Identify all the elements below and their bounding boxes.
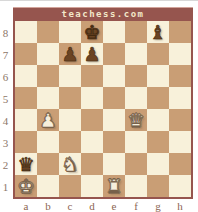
rank-label-1: 1 xyxy=(0,176,11,198)
square-a6[interactable] xyxy=(15,65,37,87)
piece-white-pawn[interactable]: ♟ xyxy=(37,109,59,131)
square-h5[interactable] xyxy=(169,87,191,109)
page-top-rule xyxy=(0,0,198,1)
square-g7[interactable] xyxy=(147,43,169,65)
square-f7[interactable] xyxy=(125,43,147,65)
square-d6[interactable] xyxy=(81,65,103,87)
square-f1[interactable] xyxy=(125,175,147,197)
piece-white-rook[interactable]: ♜ xyxy=(103,175,125,197)
file-label-g: g xyxy=(147,199,169,212)
file-label-h: h xyxy=(169,199,191,212)
square-f4[interactable]: ♛ xyxy=(125,109,147,131)
square-b1[interactable] xyxy=(37,175,59,197)
board-frame: teachess.com ♚♝♟♟♟♛♛♞♚♜ xyxy=(13,7,193,199)
rank-label-8: 8 xyxy=(0,22,11,44)
piece-black-king[interactable]: ♚ xyxy=(81,21,103,43)
file-label-b: b xyxy=(37,199,59,212)
square-g2[interactable] xyxy=(147,153,169,175)
file-label-d: d xyxy=(81,199,103,212)
file-label-a: a xyxy=(15,199,37,212)
file-labels: abcdefgh xyxy=(15,199,191,212)
square-b6[interactable] xyxy=(37,65,59,87)
board-header: teachess.com xyxy=(13,7,193,21)
square-h3[interactable] xyxy=(169,131,191,153)
square-e1[interactable]: ♜ xyxy=(103,175,125,197)
square-c1[interactable] xyxy=(59,175,81,197)
square-h2[interactable] xyxy=(169,153,191,175)
square-e3[interactable] xyxy=(103,131,125,153)
rank-label-2: 2 xyxy=(0,154,11,176)
square-a7[interactable] xyxy=(15,43,37,65)
piece-white-knight[interactable]: ♞ xyxy=(59,153,81,175)
chess-diagram: 87654321 teachess.com ♚♝♟♟♟♛♛♞♚♜ abcdefg… xyxy=(13,7,193,212)
square-a3[interactable] xyxy=(15,131,37,153)
site-label[interactable]: teachess.com xyxy=(61,10,144,19)
square-e4[interactable] xyxy=(103,109,125,131)
piece-white-queen[interactable]: ♛ xyxy=(125,109,147,131)
piece-white-king[interactable]: ♚ xyxy=(15,175,37,197)
square-h8[interactable] xyxy=(169,21,191,43)
square-c6[interactable] xyxy=(59,65,81,87)
square-b2[interactable] xyxy=(37,153,59,175)
square-c4[interactable] xyxy=(59,109,81,131)
square-f5[interactable] xyxy=(125,87,147,109)
square-h4[interactable] xyxy=(169,109,191,131)
square-h7[interactable] xyxy=(169,43,191,65)
rank-label-3: 3 xyxy=(0,132,11,154)
square-d3[interactable] xyxy=(81,131,103,153)
board-grid: ♚♝♟♟♟♛♛♞♚♜ xyxy=(15,21,191,197)
square-a5[interactable] xyxy=(15,87,37,109)
square-g6[interactable] xyxy=(147,65,169,87)
rank-label-5: 5 xyxy=(0,88,11,110)
square-c7[interactable]: ♟ xyxy=(59,43,81,65)
square-b4[interactable]: ♟ xyxy=(37,109,59,131)
square-c2[interactable]: ♞ xyxy=(59,153,81,175)
square-h6[interactable] xyxy=(169,65,191,87)
square-d8[interactable]: ♚ xyxy=(81,21,103,43)
rank-label-4: 4 xyxy=(0,110,11,132)
rank-label-7: 7 xyxy=(0,44,11,66)
square-g4[interactable] xyxy=(147,109,169,131)
square-c8[interactable] xyxy=(59,21,81,43)
square-d4[interactable] xyxy=(81,109,103,131)
rank-label-6: 6 xyxy=(0,66,11,88)
square-e2[interactable] xyxy=(103,153,125,175)
square-b7[interactable] xyxy=(37,43,59,65)
square-c5[interactable] xyxy=(59,87,81,109)
piece-black-queen[interactable]: ♛ xyxy=(15,153,37,175)
square-g8[interactable]: ♝ xyxy=(147,21,169,43)
square-c3[interactable] xyxy=(59,131,81,153)
square-b5[interactable] xyxy=(37,87,59,109)
piece-black-bishop[interactable]: ♝ xyxy=(147,21,169,43)
square-f2[interactable] xyxy=(125,153,147,175)
rank-labels: 87654321 xyxy=(0,22,11,198)
file-label-e: e xyxy=(103,199,125,212)
square-e7[interactable] xyxy=(103,43,125,65)
square-a4[interactable] xyxy=(15,109,37,131)
square-h1[interactable] xyxy=(169,175,191,197)
square-b3[interactable] xyxy=(37,131,59,153)
piece-black-pawn[interactable]: ♟ xyxy=(81,43,103,65)
file-label-c: c xyxy=(59,199,81,212)
square-g1[interactable] xyxy=(147,175,169,197)
file-label-f: f xyxy=(125,199,147,212)
square-d5[interactable] xyxy=(81,87,103,109)
square-e8[interactable] xyxy=(103,21,125,43)
square-f8[interactable] xyxy=(125,21,147,43)
square-a1[interactable]: ♚ xyxy=(15,175,37,197)
square-e6[interactable] xyxy=(103,65,125,87)
square-g3[interactable] xyxy=(147,131,169,153)
square-d7[interactable]: ♟ xyxy=(81,43,103,65)
piece-black-pawn[interactable]: ♟ xyxy=(59,43,81,65)
square-g5[interactable] xyxy=(147,87,169,109)
square-f6[interactable] xyxy=(125,65,147,87)
square-a2[interactable]: ♛ xyxy=(15,153,37,175)
square-d2[interactable] xyxy=(81,153,103,175)
square-e5[interactable] xyxy=(103,87,125,109)
square-a8[interactable] xyxy=(15,21,37,43)
square-b8[interactable] xyxy=(37,21,59,43)
square-f3[interactable] xyxy=(125,131,147,153)
square-d1[interactable] xyxy=(81,175,103,197)
